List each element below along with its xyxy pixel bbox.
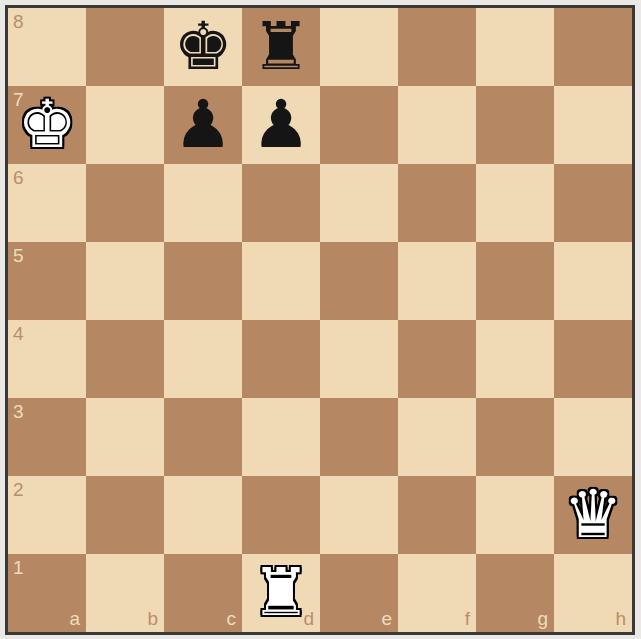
square-a1[interactable]: 1a	[8, 554, 86, 632]
square-b2[interactable]	[86, 476, 164, 554]
rank-label: 5	[13, 246, 24, 265]
square-d8[interactable]: ♜	[242, 8, 320, 86]
file-label: e	[381, 609, 392, 628]
white-king[interactable]: ♚	[17, 86, 76, 164]
square-b1[interactable]: b	[86, 554, 164, 632]
square-h1[interactable]: h	[554, 554, 632, 632]
white-queen[interactable]: ♛	[563, 476, 622, 554]
square-d7[interactable]: ♟	[242, 86, 320, 164]
square-b6[interactable]	[86, 164, 164, 242]
square-a6[interactable]: 6	[8, 164, 86, 242]
square-e2[interactable]	[320, 476, 398, 554]
square-g5[interactable]	[476, 242, 554, 320]
square-f7[interactable]	[398, 86, 476, 164]
square-a8[interactable]: 8	[8, 8, 86, 86]
square-a5[interactable]: 5	[8, 242, 86, 320]
square-h3[interactable]	[554, 398, 632, 476]
square-h7[interactable]	[554, 86, 632, 164]
square-c2[interactable]	[164, 476, 242, 554]
square-h6[interactable]	[554, 164, 632, 242]
file-label: g	[537, 609, 548, 628]
file-label: c	[227, 609, 237, 628]
square-g8[interactable]	[476, 8, 554, 86]
square-e3[interactable]	[320, 398, 398, 476]
rank-label: 3	[13, 402, 24, 421]
file-label: a	[69, 609, 80, 628]
square-e4[interactable]	[320, 320, 398, 398]
square-f6[interactable]	[398, 164, 476, 242]
square-f4[interactable]	[398, 320, 476, 398]
square-a3[interactable]: 3	[8, 398, 86, 476]
square-g3[interactable]	[476, 398, 554, 476]
square-c5[interactable]	[164, 242, 242, 320]
rank-label: 1	[13, 558, 24, 577]
page-background: 8♚♜7♚♟♟65432♛1abcd♜efgh	[0, 0, 641, 635]
square-d5[interactable]	[242, 242, 320, 320]
square-d6[interactable]	[242, 164, 320, 242]
square-f1[interactable]: f	[398, 554, 476, 632]
square-d1[interactable]: d♜	[242, 554, 320, 632]
square-f5[interactable]	[398, 242, 476, 320]
black-rook[interactable]: ♜	[251, 8, 310, 86]
square-g7[interactable]	[476, 86, 554, 164]
file-label: h	[615, 609, 626, 628]
black-pawn[interactable]: ♟	[251, 86, 310, 164]
square-c6[interactable]	[164, 164, 242, 242]
square-b8[interactable]	[86, 8, 164, 86]
rank-label: 4	[13, 324, 24, 343]
square-g1[interactable]: g	[476, 554, 554, 632]
square-d3[interactable]	[242, 398, 320, 476]
rank-label: 2	[13, 480, 24, 499]
square-d4[interactable]	[242, 320, 320, 398]
square-g4[interactable]	[476, 320, 554, 398]
square-c7[interactable]: ♟	[164, 86, 242, 164]
square-e8[interactable]	[320, 8, 398, 86]
black-pawn[interactable]: ♟	[173, 86, 232, 164]
square-h4[interactable]	[554, 320, 632, 398]
square-h2[interactable]: ♛	[554, 476, 632, 554]
black-king[interactable]: ♚	[173, 8, 232, 86]
file-label: f	[465, 609, 470, 628]
square-h8[interactable]	[554, 8, 632, 86]
square-f2[interactable]	[398, 476, 476, 554]
chess-board: 8♚♜7♚♟♟65432♛1abcd♜efgh	[8, 8, 632, 632]
board-frame: 8♚♜7♚♟♟65432♛1abcd♜efgh	[5, 5, 635, 635]
square-h5[interactable]	[554, 242, 632, 320]
square-b5[interactable]	[86, 242, 164, 320]
square-f3[interactable]	[398, 398, 476, 476]
square-e1[interactable]: e	[320, 554, 398, 632]
square-d2[interactable]	[242, 476, 320, 554]
square-g6[interactable]	[476, 164, 554, 242]
square-c1[interactable]: c	[164, 554, 242, 632]
square-a7[interactable]: 7♚	[8, 86, 86, 164]
square-f8[interactable]	[398, 8, 476, 86]
square-b7[interactable]	[86, 86, 164, 164]
square-a2[interactable]: 2	[8, 476, 86, 554]
rank-label: 8	[13, 12, 24, 31]
square-e6[interactable]	[320, 164, 398, 242]
square-c4[interactable]	[164, 320, 242, 398]
square-c3[interactable]	[164, 398, 242, 476]
square-e7[interactable]	[320, 86, 398, 164]
square-b3[interactable]	[86, 398, 164, 476]
square-b4[interactable]	[86, 320, 164, 398]
square-c8[interactable]: ♚	[164, 8, 242, 86]
rank-label: 6	[13, 168, 24, 187]
square-a4[interactable]: 4	[8, 320, 86, 398]
square-e5[interactable]	[320, 242, 398, 320]
file-label: b	[147, 609, 158, 628]
white-rook[interactable]: ♜	[251, 554, 310, 632]
square-g2[interactable]	[476, 476, 554, 554]
